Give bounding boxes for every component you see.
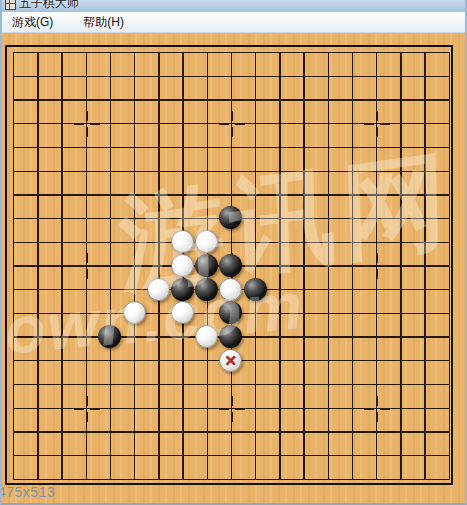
grid-line-h <box>13 431 450 432</box>
star-point <box>74 396 100 422</box>
star-point <box>74 111 100 137</box>
app-icon <box>5 0 16 10</box>
star-point <box>364 253 390 279</box>
white-stone <box>171 230 194 253</box>
grid-line-v <box>303 52 304 480</box>
star-point <box>219 111 245 137</box>
app-window: 五子棋大师 游戏(G) 帮助(H) ✕ 游讯网 yxdown.com 475x5… <box>0 0 467 505</box>
grid-line-v <box>352 52 353 480</box>
black-stone <box>195 278 218 301</box>
grid-line-h <box>13 479 450 480</box>
menu-bar: 游戏(G) 帮助(H) <box>0 12 467 33</box>
white-stone <box>147 278 170 301</box>
white-stone <box>195 325 218 348</box>
black-stone <box>219 254 242 277</box>
white-stone <box>171 254 194 277</box>
white-stone <box>219 278 242 301</box>
grid-line-h <box>13 384 450 385</box>
star-point <box>219 396 245 422</box>
white-stone <box>123 301 146 324</box>
star-point <box>364 111 390 137</box>
black-stone <box>171 278 194 301</box>
grid-line-v <box>449 52 450 480</box>
grid-line-h <box>13 455 450 456</box>
menu-help[interactable]: 帮助(H) <box>80 13 127 32</box>
grid-line-v <box>255 52 256 480</box>
black-stone <box>244 278 267 301</box>
star-point <box>74 253 100 279</box>
menu-game[interactable]: 游戏(G) <box>9 13 56 32</box>
goban[interactable]: ✕ 游讯网 yxdown.com 475x513 <box>0 33 467 503</box>
grid-line-v <box>400 52 401 480</box>
last-move-marker: ✕ <box>225 353 238 368</box>
grid-line-v <box>279 52 280 480</box>
star-point <box>364 396 390 422</box>
black-stone <box>195 254 218 277</box>
white-stone <box>171 301 194 324</box>
dimensions-label: 475x513 <box>0 484 55 500</box>
grid-line-v <box>424 52 425 480</box>
white-stone: ✕ <box>219 349 242 372</box>
window-title: 五子棋大师 <box>19 0 79 12</box>
grid-line-v <box>328 52 329 480</box>
